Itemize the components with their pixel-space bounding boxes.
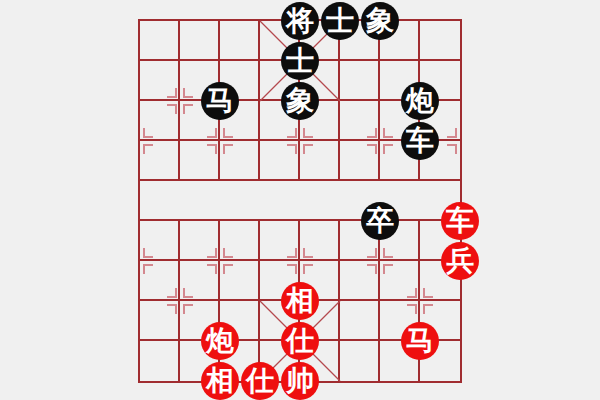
board-cell xyxy=(140,341,180,381)
board-cell xyxy=(140,21,180,61)
river-cell xyxy=(260,181,300,221)
piece-red-cannon[interactable]: 炮 xyxy=(201,322,239,360)
board-cell xyxy=(180,261,220,301)
board-cell xyxy=(220,221,260,261)
board-cell xyxy=(220,21,260,61)
board-cell xyxy=(140,301,180,341)
river-cell xyxy=(140,181,180,221)
piece-black-elephant[interactable]: 象 xyxy=(281,82,319,120)
piece-black-general[interactable]: 将 xyxy=(281,2,319,40)
piece-red-general[interactable]: 帅 xyxy=(281,362,319,400)
river-cell xyxy=(180,181,220,221)
board-cell xyxy=(340,341,380,381)
piece-black-soldier[interactable]: 卒 xyxy=(361,202,399,240)
xiangqi-app: 将士象士马象炮车卒车兵相炮仕马相仕帅 xyxy=(0,0,600,400)
piece-black-cannon[interactable]: 炮 xyxy=(401,82,439,120)
board-cell xyxy=(420,21,460,61)
board-cell xyxy=(180,221,220,261)
piece-black-elephant[interactable]: 象 xyxy=(361,2,399,40)
board-cell xyxy=(380,261,420,301)
board-cell xyxy=(340,301,380,341)
board-cell xyxy=(260,221,300,261)
river-cell xyxy=(220,181,260,221)
river-cell xyxy=(300,181,340,221)
board-cell xyxy=(140,261,180,301)
piece-red-advisor[interactable]: 仕 xyxy=(241,362,279,400)
piece-black-horse[interactable]: 马 xyxy=(201,82,239,120)
board-cell xyxy=(140,101,180,141)
board-cell xyxy=(140,221,180,261)
board-cell xyxy=(340,141,380,181)
board-cell xyxy=(340,101,380,141)
board-cell xyxy=(220,261,260,301)
piece-red-elephant[interactable]: 相 xyxy=(201,362,239,400)
piece-red-horse[interactable]: 马 xyxy=(401,322,439,360)
board-cell xyxy=(180,21,220,61)
board-cell xyxy=(340,61,380,101)
board-cell xyxy=(300,221,340,261)
board-cell xyxy=(300,141,340,181)
board-cell xyxy=(340,261,380,301)
board-cell xyxy=(180,141,220,181)
piece-black-chariot[interactable]: 车 xyxy=(401,122,439,160)
board-cell xyxy=(140,61,180,101)
piece-red-soldier[interactable]: 兵 xyxy=(441,242,479,280)
piece-red-elephant[interactable]: 相 xyxy=(281,282,319,320)
piece-red-chariot[interactable]: 车 xyxy=(441,202,479,240)
board-cell xyxy=(140,141,180,181)
piece-black-advisor[interactable]: 士 xyxy=(281,42,319,80)
piece-red-advisor[interactable]: 仕 xyxy=(281,322,319,360)
board-cell xyxy=(260,141,300,181)
piece-black-advisor[interactable]: 士 xyxy=(321,2,359,40)
board-cell xyxy=(220,141,260,181)
